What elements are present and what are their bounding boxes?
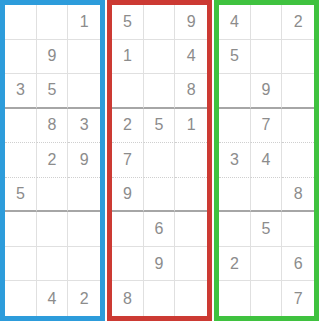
cell-r2c4[interactable]: 1 bbox=[112, 40, 144, 75]
left-band-cells: 19358329542 bbox=[5, 5, 100, 316]
cell-r1c8[interactable] bbox=[251, 5, 283, 40]
cell-r1c9[interactable]: 2 bbox=[282, 5, 314, 40]
cell-r1c1[interactable] bbox=[5, 5, 37, 40]
cell-r6c4[interactable]: 9 bbox=[112, 178, 144, 213]
cell-r2c9[interactable] bbox=[282, 40, 314, 75]
cell-r1c2[interactable] bbox=[37, 5, 69, 40]
cell-r3c5[interactable] bbox=[144, 74, 176, 109]
cell-r5c9[interactable] bbox=[282, 143, 314, 178]
cell-r9c1[interactable] bbox=[5, 281, 37, 316]
cell-r9c2[interactable]: 4 bbox=[37, 281, 69, 316]
cell-r3c7[interactable] bbox=[219, 74, 251, 109]
cell-r4c2[interactable]: 8 bbox=[37, 109, 69, 144]
right-band-cells: 425973485267 bbox=[219, 5, 314, 316]
cell-r7c1[interactable] bbox=[5, 212, 37, 247]
cell-r8c3[interactable] bbox=[68, 247, 100, 282]
cell-r7c7[interactable] bbox=[219, 212, 251, 247]
cell-r5c2[interactable]: 2 bbox=[37, 143, 69, 178]
cell-r2c7[interactable]: 5 bbox=[219, 40, 251, 75]
cell-r7c4[interactable] bbox=[112, 212, 144, 247]
cell-r1c7[interactable]: 4 bbox=[219, 5, 251, 40]
cell-r7c2[interactable] bbox=[37, 212, 69, 247]
cell-r8c6[interactable] bbox=[175, 247, 207, 282]
cell-r8c2[interactable] bbox=[37, 247, 69, 282]
cell-r2c3[interactable] bbox=[68, 40, 100, 75]
cell-r8c1[interactable] bbox=[5, 247, 37, 282]
cell-r9c9[interactable]: 7 bbox=[282, 281, 314, 316]
cell-r2c1[interactable] bbox=[5, 40, 37, 75]
cell-r6c5[interactable] bbox=[144, 178, 176, 213]
cell-r4c4[interactable]: 2 bbox=[112, 109, 144, 144]
cell-r3c6[interactable]: 8 bbox=[175, 74, 207, 109]
cell-r6c9[interactable]: 8 bbox=[282, 178, 314, 213]
cell-r3c1[interactable]: 3 bbox=[5, 74, 37, 109]
cell-r9c7[interactable] bbox=[219, 281, 251, 316]
cell-r7c5[interactable]: 6 bbox=[144, 212, 176, 247]
cell-r6c2[interactable] bbox=[37, 178, 69, 213]
cell-r5c3[interactable]: 9 bbox=[68, 143, 100, 178]
cell-r4c6[interactable]: 1 bbox=[175, 109, 207, 144]
cell-r2c2[interactable]: 9 bbox=[37, 40, 69, 75]
cell-r4c5[interactable]: 5 bbox=[144, 109, 176, 144]
cell-r1c5[interactable] bbox=[144, 5, 176, 40]
cell-r2c6[interactable]: 4 bbox=[175, 40, 207, 75]
cell-r6c3[interactable] bbox=[68, 178, 100, 213]
cell-r6c8[interactable] bbox=[251, 178, 283, 213]
cell-r2c5[interactable] bbox=[144, 40, 176, 75]
cell-r1c3[interactable]: 1 bbox=[68, 5, 100, 40]
cell-r1c4[interactable]: 5 bbox=[112, 5, 144, 40]
left-band: 19358329542 bbox=[0, 0, 105, 321]
cell-r6c7[interactable] bbox=[219, 178, 251, 213]
middle-band-cells: 5914825179698 bbox=[112, 5, 207, 316]
cell-r8c4[interactable] bbox=[112, 247, 144, 282]
right-band: 425973485267 bbox=[214, 0, 319, 321]
cell-r9c5[interactable] bbox=[144, 281, 176, 316]
cell-r8c8[interactable] bbox=[251, 247, 283, 282]
cell-r5c7[interactable]: 3 bbox=[219, 143, 251, 178]
cell-r7c3[interactable] bbox=[68, 212, 100, 247]
cell-r9c8[interactable] bbox=[251, 281, 283, 316]
cell-r9c6[interactable] bbox=[175, 281, 207, 316]
cell-r7c9[interactable] bbox=[282, 212, 314, 247]
cell-r9c3[interactable]: 2 bbox=[68, 281, 100, 316]
cell-r5c6[interactable] bbox=[175, 143, 207, 178]
cell-r6c6[interactable] bbox=[175, 178, 207, 213]
cell-r3c8[interactable]: 9 bbox=[251, 74, 283, 109]
cell-r8c9[interactable]: 6 bbox=[282, 247, 314, 282]
cell-r3c2[interactable]: 5 bbox=[37, 74, 69, 109]
cell-r4c9[interactable] bbox=[282, 109, 314, 144]
cell-r7c6[interactable] bbox=[175, 212, 207, 247]
cell-r5c4[interactable]: 7 bbox=[112, 143, 144, 178]
cell-r2c8[interactable] bbox=[251, 40, 283, 75]
cell-r4c1[interactable] bbox=[5, 109, 37, 144]
middle-band: 5914825179698 bbox=[107, 0, 212, 321]
cell-r5c8[interactable]: 4 bbox=[251, 143, 283, 178]
cell-r5c1[interactable] bbox=[5, 143, 37, 178]
cell-r3c3[interactable] bbox=[68, 74, 100, 109]
cell-r8c7[interactable]: 2 bbox=[219, 247, 251, 282]
cell-r3c9[interactable] bbox=[282, 74, 314, 109]
cell-r1c6[interactable]: 9 bbox=[175, 5, 207, 40]
cell-r4c8[interactable]: 7 bbox=[251, 109, 283, 144]
cell-r5c5[interactable] bbox=[144, 143, 176, 178]
cell-r4c7[interactable] bbox=[219, 109, 251, 144]
cell-r3c4[interactable] bbox=[112, 74, 144, 109]
cell-r8c5[interactable]: 9 bbox=[144, 247, 176, 282]
cell-r7c8[interactable]: 5 bbox=[251, 212, 283, 247]
cell-r9c4[interactable]: 8 bbox=[112, 281, 144, 316]
sudoku-board: 19358329542 5914825179698 425973485267 bbox=[0, 0, 319, 321]
cell-r6c1[interactable]: 5 bbox=[5, 178, 37, 213]
cell-r4c3[interactable]: 3 bbox=[68, 109, 100, 144]
